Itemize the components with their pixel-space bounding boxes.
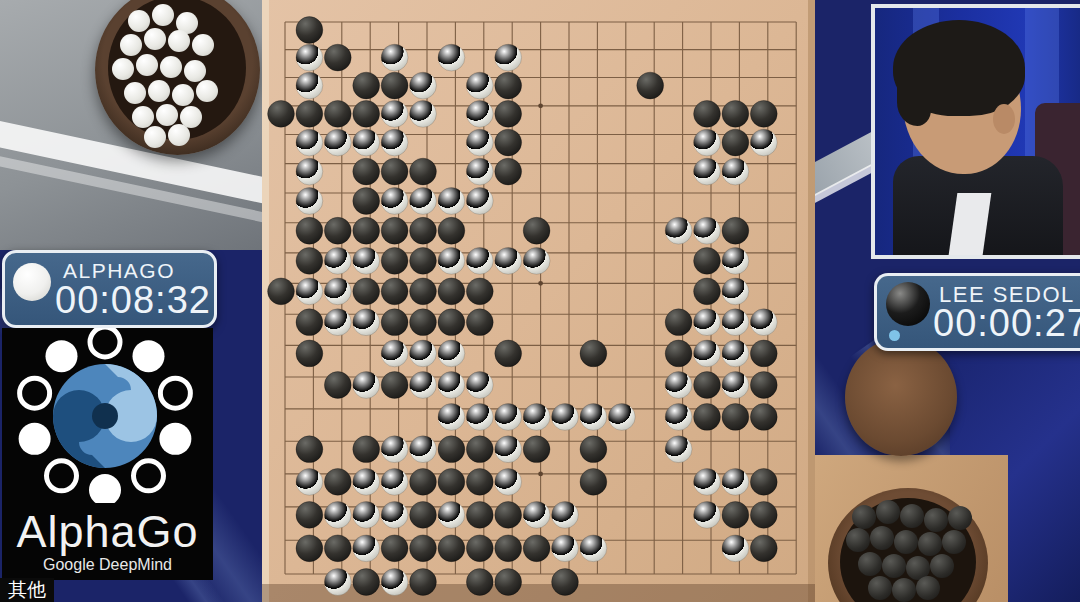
black-stone — [410, 501, 437, 528]
black-stone — [523, 535, 550, 562]
black-stone — [296, 436, 323, 463]
bowl-black-stone — [858, 552, 882, 576]
player-ear — [993, 104, 1015, 134]
black-stone — [353, 158, 380, 185]
white-stone — [495, 468, 522, 495]
white-stone — [353, 247, 380, 274]
black-stone — [750, 404, 777, 431]
byoyomi-dot — [889, 330, 900, 341]
bowl-white-stone — [192, 34, 214, 56]
white-stone — [410, 72, 437, 99]
logo-dot — [47, 461, 77, 491]
bowl-white-stone — [124, 82, 146, 104]
white-stone — [722, 468, 749, 495]
white-stone — [466, 404, 493, 431]
black-stone — [381, 158, 408, 185]
white-stone — [665, 404, 692, 431]
white-stone — [296, 158, 323, 185]
broadcast-frame: ALPHAGO 00:08:32 AlphaGo Google DeepMind… — [0, 0, 1080, 602]
bowl-white-stone — [136, 54, 158, 76]
black-stone — [296, 535, 323, 562]
black-stone — [296, 17, 323, 44]
white-stone — [722, 158, 749, 185]
black-stone — [466, 278, 493, 305]
white-stone — [466, 247, 493, 274]
bowl-black-stone — [882, 554, 906, 578]
bowl-black-stone — [916, 576, 940, 600]
bowl-white-stone — [196, 80, 218, 102]
black-stone — [694, 278, 721, 305]
black-stone — [665, 309, 692, 336]
white-stone — [694, 468, 721, 495]
black-stone — [353, 569, 380, 596]
bowl-white-stone — [132, 106, 154, 128]
white-stone — [523, 404, 550, 431]
white-stone — [665, 217, 692, 244]
bowl-black-stone — [900, 504, 924, 528]
black-stone — [268, 278, 295, 305]
bowl-white-stone — [168, 124, 190, 146]
black-stone — [296, 217, 323, 244]
bowl-white-stone — [152, 4, 174, 26]
black-stone — [495, 501, 522, 528]
white-stone — [324, 569, 351, 596]
black-stone — [750, 340, 777, 367]
bowl-lid — [845, 338, 957, 456]
bowl-black-stone — [948, 506, 972, 530]
logo-dot — [46, 340, 78, 372]
black-stone — [268, 100, 295, 127]
white-stone — [324, 309, 351, 336]
bowl-black-stone — [942, 530, 966, 554]
black-stone — [353, 100, 380, 127]
white-stone — [324, 278, 351, 305]
black-stone — [750, 468, 777, 495]
bowl-black-stone — [894, 530, 918, 554]
white-stone — [466, 188, 493, 215]
white-stone — [296, 44, 323, 71]
white-stone — [381, 468, 408, 495]
black-stone — [410, 217, 437, 244]
black-stone — [694, 100, 721, 127]
black-stone — [353, 217, 380, 244]
black-stone — [296, 340, 323, 367]
white-stone — [694, 309, 721, 336]
white-stone — [324, 501, 351, 528]
white-stone — [580, 404, 607, 431]
black-stone — [410, 278, 437, 305]
go-board[interactable] — [262, 0, 815, 602]
black-stone — [438, 436, 465, 463]
bowl-black-stone — [924, 508, 948, 532]
black-stone — [694, 247, 721, 274]
black-stone — [466, 309, 493, 336]
white-stone — [410, 100, 437, 127]
white-stone — [466, 158, 493, 185]
black-stone — [381, 535, 408, 562]
white-stone — [381, 129, 408, 156]
black-stone — [324, 535, 351, 562]
black-stone — [324, 44, 351, 71]
bowl-white-stone — [144, 28, 166, 50]
bowl-white-stone — [144, 126, 166, 148]
bowl-black-stone — [852, 505, 876, 529]
white-stone — [410, 188, 437, 215]
white-stone — [381, 436, 408, 463]
white-stone — [722, 340, 749, 367]
white-stone — [466, 372, 493, 399]
black-stone — [552, 569, 579, 596]
white-stone — [466, 129, 493, 156]
white-stone — [438, 372, 465, 399]
player-video-feed — [871, 4, 1080, 259]
white-stone — [381, 100, 408, 127]
white-stone — [410, 340, 437, 367]
black-stone — [381, 309, 408, 336]
white-stone — [353, 535, 380, 562]
black-stone — [750, 501, 777, 528]
black-stone — [722, 217, 749, 244]
black-stone — [580, 436, 607, 463]
black-stone — [495, 340, 522, 367]
bowl-black-stone — [892, 578, 916, 602]
black-stone — [466, 569, 493, 596]
black-player-clock: LEE SEDOL 00:00:27 — [874, 273, 1080, 351]
white-stone — [296, 278, 323, 305]
white-stone — [722, 535, 749, 562]
black-stone — [381, 372, 408, 399]
white-stone — [353, 468, 380, 495]
white-stone — [438, 44, 465, 71]
black-stone — [722, 129, 749, 156]
white-stone — [750, 129, 777, 156]
bowl-black-stone — [876, 500, 900, 524]
bowl-white-stone — [120, 34, 142, 56]
white-stone — [694, 129, 721, 156]
black-stone — [495, 535, 522, 562]
logo-dot — [19, 423, 51, 455]
black-stone — [750, 535, 777, 562]
black-stone — [466, 535, 493, 562]
white-stone — [381, 501, 408, 528]
black-stone — [296, 309, 323, 336]
black-stone — [410, 309, 437, 336]
white-stone — [438, 501, 465, 528]
white-stone — [694, 158, 721, 185]
white-stone — [495, 436, 522, 463]
black-stone — [410, 569, 437, 596]
white-stone — [353, 309, 380, 336]
black-stone — [438, 309, 465, 336]
white-stone — [296, 72, 323, 99]
black-stone — [438, 217, 465, 244]
logo-dot — [90, 328, 120, 357]
black-stone — [410, 158, 437, 185]
white-stone — [495, 44, 522, 71]
logo-dot — [132, 340, 164, 372]
white-stone — [381, 340, 408, 367]
black-stone — [523, 436, 550, 463]
white-stone — [296, 129, 323, 156]
bowl-white-stone — [156, 104, 178, 126]
black-stone — [495, 72, 522, 99]
white-stone — [552, 404, 579, 431]
black-stone — [495, 569, 522, 596]
logo-title: AlphaGo — [2, 506, 213, 558]
black-stone — [580, 468, 607, 495]
white-stone — [722, 278, 749, 305]
bowl-white-stone — [148, 80, 170, 102]
logo-subtitle: Google DeepMind — [2, 556, 213, 574]
alphago-logo — [2, 328, 213, 503]
white-stone — [353, 501, 380, 528]
black-stone — [381, 278, 408, 305]
black-stone — [523, 217, 550, 244]
black-stone — [381, 247, 408, 274]
bowl-white-stone — [160, 56, 182, 78]
white-stone — [324, 129, 351, 156]
corner-label: 其他 — [0, 578, 54, 602]
white-stone — [296, 468, 323, 495]
black-stone — [296, 501, 323, 528]
black-stone — [466, 468, 493, 495]
black-stone — [665, 340, 692, 367]
white-stone — [438, 340, 465, 367]
black-stone — [410, 535, 437, 562]
white-stone — [665, 436, 692, 463]
white-stone — [381, 188, 408, 215]
bowl-black-stone — [930, 554, 954, 578]
bowl-white-stone — [112, 58, 134, 80]
black-stone — [353, 72, 380, 99]
black-stone — [381, 72, 408, 99]
white-stone — [552, 535, 579, 562]
black-player-time: 00:00:27 — [933, 302, 1080, 345]
alphago-logo-panel: AlphaGo Google DeepMind — [2, 328, 213, 580]
black-stone — [466, 436, 493, 463]
black-stone — [466, 501, 493, 528]
logo-dot — [20, 378, 50, 408]
black-stone — [495, 100, 522, 127]
white-stone — [694, 340, 721, 367]
black-stone — [694, 404, 721, 431]
black-stone — [637, 72, 664, 99]
black-stone — [324, 100, 351, 127]
black-stone — [722, 501, 749, 528]
black-stone — [324, 372, 351, 399]
black-stone — [495, 129, 522, 156]
bowl-white-stone — [184, 60, 206, 82]
logo-dot — [133, 461, 163, 491]
black-stone — [353, 278, 380, 305]
white-player-time: 00:08:32 — [55, 279, 211, 322]
white-stone — [466, 72, 493, 99]
white-stone — [722, 372, 749, 399]
white-player-clock: ALPHAGO 00:08:32 — [2, 250, 217, 328]
white-stone — [296, 188, 323, 215]
bowl-white-stone — [172, 84, 194, 106]
bowl-white-stone — [128, 10, 150, 32]
white-stone — [665, 372, 692, 399]
black-stone — [438, 468, 465, 495]
black-stone — [438, 535, 465, 562]
bowl-white-stone — [168, 30, 190, 52]
white-stone — [466, 100, 493, 127]
black-stone — [296, 100, 323, 127]
black-stone — [296, 247, 323, 274]
white-stone — [552, 501, 579, 528]
player-hair — [897, 86, 931, 126]
white-stone — [381, 44, 408, 71]
black-stone — [722, 100, 749, 127]
black-stone — [410, 468, 437, 495]
white-stone — [410, 436, 437, 463]
black-stone — [353, 188, 380, 215]
black-stone — [353, 436, 380, 463]
bowl-black-stone — [846, 528, 870, 552]
white-stone — [694, 217, 721, 244]
black-stone — [381, 217, 408, 244]
black-stone — [580, 340, 607, 367]
black-stone — [750, 372, 777, 399]
white-stone — [523, 501, 550, 528]
white-stone — [410, 372, 437, 399]
white-stone — [353, 372, 380, 399]
white-stone — [438, 247, 465, 274]
black-stone — [750, 100, 777, 127]
black-stone — [722, 404, 749, 431]
white-stone — [438, 188, 465, 215]
white-stone — [324, 247, 351, 274]
bowl-black-stone — [918, 532, 942, 556]
white-stone — [495, 247, 522, 274]
white-stone-icon — [13, 263, 51, 301]
white-stone — [694, 501, 721, 528]
white-stone — [608, 404, 635, 431]
black-stone — [438, 278, 465, 305]
black-stone — [694, 372, 721, 399]
white-stone — [438, 404, 465, 431]
white-stone — [495, 404, 522, 431]
black-stone — [324, 468, 351, 495]
bowl-black-stone — [870, 526, 894, 550]
white-stone — [722, 309, 749, 336]
logo-dot — [159, 423, 191, 455]
logo-dot — [160, 378, 190, 408]
white-stone — [722, 247, 749, 274]
logo-dot — [89, 474, 121, 503]
bowl-black-stone — [868, 576, 892, 600]
black-stone — [410, 247, 437, 274]
white-stone — [750, 309, 777, 336]
white-stone — [381, 569, 408, 596]
black-stone — [324, 217, 351, 244]
white-stone — [523, 247, 550, 274]
white-stone — [580, 535, 607, 562]
black-stone-icon — [886, 282, 930, 326]
white-stone — [353, 129, 380, 156]
black-stone — [495, 158, 522, 185]
